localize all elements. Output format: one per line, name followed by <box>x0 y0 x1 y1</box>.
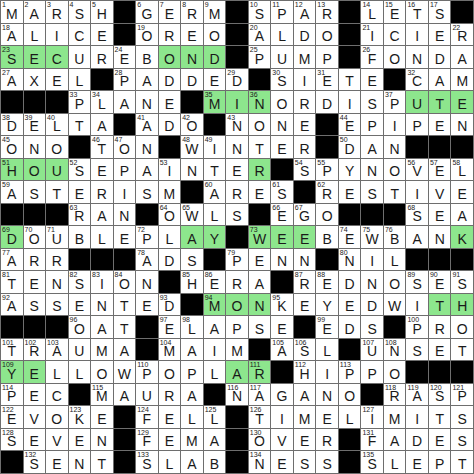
cell-r21c21: T <box>451 451 473 473</box>
block-cell-r15c1 <box>1 316 23 338</box>
block-cell-r7c15 <box>316 136 338 158</box>
cell-r1c19: 16T <box>406 1 428 23</box>
cell-r3c17: 26F <box>361 46 383 68</box>
cell-letter: E <box>458 187 467 201</box>
block-cell-r9c14 <box>294 181 316 203</box>
cell-r13c15: 88E <box>316 271 338 293</box>
cell-letter: P <box>367 367 376 381</box>
cell-r18c5: 115M <box>91 384 113 406</box>
cell-r14c6: T <box>114 294 136 316</box>
clue-number: 38 <box>2 114 10 122</box>
cell-r17c8: O <box>159 361 181 383</box>
cell-r14c5: N <box>91 294 113 316</box>
cell-letter: A <box>187 457 196 471</box>
clue-number: 12 <box>295 1 303 9</box>
cell-letter: S <box>142 187 151 201</box>
clue-number: 8 <box>182 1 186 9</box>
clue-number: 68 <box>407 204 415 212</box>
cell-r3c2: E <box>24 46 46 68</box>
cell-r12c3: R <box>46 249 68 271</box>
clue-number: 129 <box>137 429 149 437</box>
cell-r16c21: T <box>451 339 473 361</box>
cell-letter: E <box>30 52 39 66</box>
cell-letter: R <box>254 164 264 178</box>
cell-r4c13: 30S <box>271 69 293 91</box>
cell-r12c17: I <box>361 249 383 271</box>
cell-r2c1: 18A <box>1 24 23 46</box>
cell-letter: I <box>415 187 419 201</box>
clue-number: 19 <box>137 24 145 32</box>
clue-number: 46 <box>92 136 100 144</box>
cell-r14c1: 92A <box>1 294 23 316</box>
cell-letter: U <box>142 389 152 403</box>
cell-letter: C <box>52 52 62 66</box>
clue-number: 108 <box>385 339 397 347</box>
cell-letter: I <box>393 119 397 133</box>
cell-letter: N <box>300 254 310 268</box>
cell-r5c6: A <box>114 91 136 113</box>
cell-letter: O <box>164 52 175 66</box>
cell-r9c12: E <box>249 181 271 203</box>
cell-r19c13: I <box>271 406 293 428</box>
cell-letter: E <box>255 254 264 268</box>
cell-r17c2: E <box>24 361 46 383</box>
cell-r17c7: 110P <box>136 361 158 383</box>
cell-letter: E <box>300 232 309 246</box>
cell-letter: V <box>277 434 286 448</box>
cell-r10c5: A <box>91 204 113 226</box>
cell-letter: U <box>74 52 84 66</box>
cell-letter: H <box>457 299 467 313</box>
cell-r4c8: D <box>159 69 181 91</box>
cell-letter: I <box>280 412 284 426</box>
clue-number: 3 <box>47 1 51 9</box>
cell-letter: N <box>119 209 129 223</box>
cell-letter: E <box>255 187 264 201</box>
cell-letter: T <box>120 322 129 336</box>
clue-number: 92 <box>2 294 10 302</box>
cell-r13c5: 83I <box>91 271 113 293</box>
block-cell-r20c6 <box>114 429 136 451</box>
cell-letter: E <box>30 434 39 448</box>
clue-number: 28 <box>115 69 123 77</box>
cell-letter: R <box>52 254 62 268</box>
block-cell-r7c20 <box>429 136 451 158</box>
cell-letter: P <box>232 322 241 336</box>
clue-number: 120 <box>430 384 442 392</box>
cell-r21c2: 132S <box>24 451 46 473</box>
cell-r6c19: P <box>406 114 428 136</box>
cell-r14c19: I <box>406 294 428 316</box>
cell-letter: T <box>98 457 107 471</box>
cell-r11c6: E <box>114 226 136 248</box>
cell-r18c1: 114P <box>1 384 23 406</box>
cell-letter: S <box>30 187 39 201</box>
cell-letter: O <box>389 277 400 291</box>
cell-r8c15: 55P <box>316 159 338 181</box>
cell-r8c16: Y <box>339 159 361 181</box>
cell-letter: R <box>97 52 107 66</box>
cell-r6c12: O <box>249 114 271 136</box>
cell-letter: U <box>412 97 422 111</box>
cell-r8c20: 57E <box>429 159 451 181</box>
cell-letter: L <box>211 367 219 381</box>
cell-r4c2: X <box>24 69 46 91</box>
cell-r18c2: E <box>24 384 46 406</box>
cell-letter: O <box>254 119 265 133</box>
cell-letter: I <box>370 29 374 43</box>
clue-number: 34 <box>92 91 100 99</box>
cell-letter: E <box>75 299 84 313</box>
cell-r3c10: D <box>204 46 226 68</box>
cell-r12c11: 79P <box>226 249 248 271</box>
cell-r10c11: S <box>226 204 248 226</box>
block-cell-r17c20 <box>429 361 451 383</box>
cell-r9c7: S <box>136 181 158 203</box>
cell-letter: V <box>435 187 444 201</box>
cell-r13c20: 90E <box>429 271 451 293</box>
block-cell-r21c6 <box>114 451 136 473</box>
cell-r13c16: D <box>339 271 361 293</box>
cell-r6c4: T <box>69 114 91 136</box>
cell-letter: X <box>30 74 39 88</box>
block-cell-r5c3 <box>46 91 68 113</box>
cell-r10c15: O <box>316 204 338 226</box>
cell-r6c3: 40L <box>46 114 68 136</box>
clue-number: 37 <box>385 91 393 99</box>
clue-number: 107 <box>362 339 374 347</box>
clue-number: 81 <box>2 271 10 279</box>
cell-r11c9: A <box>181 226 203 248</box>
cell-letter: R <box>322 434 332 448</box>
cell-letter: L <box>391 457 399 471</box>
cell-r17c18: O <box>384 361 406 383</box>
cell-r5c10: 35M <box>204 91 226 113</box>
cell-r2c10: O <box>204 24 226 46</box>
cell-r18c8: R <box>159 384 181 406</box>
cell-r3c1: 23S <box>1 46 23 68</box>
block-cell-r18c17 <box>361 384 383 406</box>
cell-letter: L <box>346 412 354 426</box>
cell-letter: I <box>235 97 239 111</box>
cell-r18c12: 117A <box>249 384 271 406</box>
clue-number: 40 <box>47 114 55 122</box>
cell-r16c20: E <box>429 339 451 361</box>
cell-letter: D <box>187 74 197 88</box>
cell-letter: I <box>325 367 329 381</box>
cell-letter: Y <box>322 299 331 313</box>
cell-r17c5: O <box>91 361 113 383</box>
cell-letter: N <box>390 142 400 156</box>
cell-r8c5: E <box>91 159 113 181</box>
cell-r5c19: U <box>406 91 428 113</box>
block-cell-r6c10 <box>204 114 226 136</box>
cell-letter: N <box>52 277 62 291</box>
cell-r13c2: E <box>24 271 46 293</box>
block-cell-r15c18 <box>384 316 406 338</box>
cell-r8c7: A <box>136 159 158 181</box>
cell-r9c15: 62R <box>316 181 338 203</box>
cell-letter: E <box>435 344 444 358</box>
cell-r9c13: 61S <box>271 181 293 203</box>
cell-r11c17: 75W <box>361 226 383 248</box>
cell-letter: R <box>97 187 107 201</box>
cell-letter: R <box>187 7 197 21</box>
clue-number: 99 <box>317 316 325 324</box>
cell-letter: I <box>213 344 217 358</box>
clue-number: 77 <box>2 249 10 257</box>
cell-r4c4: L <box>69 69 91 91</box>
cell-r1c1: 1M <box>1 1 23 23</box>
cell-r9c19: I <box>406 181 428 203</box>
cell-r2c13: L <box>271 24 293 46</box>
clue-number: 13 <box>317 1 325 9</box>
cell-r17c15: I <box>316 361 338 383</box>
clue-number: 79 <box>227 249 235 257</box>
block-cell-r9c9 <box>181 181 203 203</box>
cell-r20c21: S <box>451 429 473 451</box>
cell-r7c6: 47O <box>114 136 136 158</box>
cell-letter: N <box>367 164 377 178</box>
cell-r2c7: 19O <box>136 24 158 46</box>
cell-letter: T <box>435 97 444 111</box>
clue-number: 57 <box>430 159 438 167</box>
block-cell-r4c12 <box>249 69 271 91</box>
cell-r9c4: E <box>69 181 91 203</box>
cell-letter: R <box>300 97 310 111</box>
clue-number: 102 <box>25 339 37 347</box>
cell-letter: A <box>97 209 106 223</box>
cell-letter: O <box>277 97 288 111</box>
cell-r4c15: 31E <box>316 69 338 91</box>
cell-letter: E <box>458 97 467 111</box>
block-cell-r10c7 <box>136 204 158 226</box>
cell-r21c18: L <box>384 451 406 473</box>
clue-number: 111 <box>250 361 261 369</box>
cell-r4c20: A <box>429 69 451 91</box>
cell-letter: N <box>142 142 152 156</box>
cell-r10c4: 63R <box>69 204 91 226</box>
cell-letter: I <box>303 74 307 88</box>
cell-letter: E <box>120 232 129 246</box>
cell-r8c18: O <box>384 159 406 181</box>
cell-letter: N <box>187 52 197 66</box>
block-cell-r21c16 <box>339 451 361 473</box>
cell-r16c17: 107U <box>361 339 383 361</box>
cell-r14c3: S <box>46 294 68 316</box>
cell-r3c12: 25P <box>249 46 271 68</box>
cell-r11c21: K <box>451 226 473 248</box>
cell-letter: V <box>52 434 61 448</box>
cell-letter: O <box>322 209 333 223</box>
cell-r10c9: 65W <box>181 204 203 226</box>
cell-r19c14: M <box>294 406 316 428</box>
clue-number: 80 <box>340 249 348 257</box>
cell-r21c15: S <box>316 451 338 473</box>
cell-r21c4: N <box>69 451 91 473</box>
cell-r1c14: 12A <box>294 1 316 23</box>
clue-number: 50 <box>340 136 348 144</box>
cell-letter: E <box>413 457 422 471</box>
clue-number: 29 <box>227 69 235 77</box>
cell-r17c4: L <box>69 361 91 383</box>
cell-r20c15: R <box>316 429 338 451</box>
cell-r1c3: 3R <box>46 1 68 23</box>
block-cell-r16c16 <box>339 339 361 361</box>
cell-letter: N <box>142 97 152 111</box>
cell-letter: S <box>232 209 241 223</box>
clue-number: 97 <box>160 316 168 324</box>
clue-number: 45 <box>2 136 10 144</box>
cell-letter: D <box>164 254 174 268</box>
clue-number: 17 <box>430 1 438 9</box>
cell-letter: R <box>435 322 445 336</box>
clue-number: 72 <box>137 226 145 234</box>
block-cell-r12c20 <box>429 249 451 271</box>
cell-r8c8: 53I <box>159 159 181 181</box>
cell-r11c18: 76B <box>384 226 406 248</box>
cell-r3c9: N <box>181 46 203 68</box>
cell-letter: B <box>142 52 151 66</box>
cell-r16c10: I <box>204 339 226 361</box>
cell-letter: N <box>412 52 422 66</box>
cell-r3c5: R <box>91 46 113 68</box>
cell-letter: A <box>210 322 219 336</box>
clue-number: 123 <box>70 406 82 414</box>
cell-r15c13: E <box>271 316 293 338</box>
cell-letter: T <box>75 119 84 133</box>
clue-number: 51 <box>2 159 10 167</box>
cell-letter: L <box>391 254 399 268</box>
cell-r19c7: 124F <box>136 406 158 428</box>
cell-r6c7: 41A <box>136 114 158 136</box>
clue-number: 10 <box>250 1 258 9</box>
cell-r8c4: 52S <box>69 159 91 181</box>
cell-letter: E <box>97 412 106 426</box>
cell-r8c19: 56V <box>406 159 428 181</box>
cell-letter: E <box>435 119 444 133</box>
cell-r3c20: D <box>429 46 451 68</box>
cell-r5c8: E <box>159 91 181 113</box>
cell-r10c8: 64O <box>159 204 181 226</box>
block-cell-r6c15 <box>316 114 338 136</box>
clue-number: 93 <box>160 294 168 302</box>
cell-letter: L <box>323 344 331 358</box>
cell-r16c1: 101T <box>1 339 23 361</box>
cell-r10c13: 66E <box>271 204 293 226</box>
cell-r17c1: 109Y <box>1 361 23 383</box>
cell-r13c19: 89S <box>406 271 428 293</box>
cell-r4c14: I <box>294 69 316 91</box>
block-cell-r3c11 <box>226 46 248 68</box>
cell-letter: A <box>300 389 309 403</box>
cell-r19c12: 126T <box>249 406 271 428</box>
cell-r12c9: S <box>181 249 203 271</box>
cell-r20c12: 130O <box>249 429 271 451</box>
cell-r8c3: U <box>46 159 68 181</box>
clue-number: 88 <box>317 271 325 279</box>
cell-r13c9: 85H <box>181 271 203 293</box>
cell-r2c17: 21I <box>361 24 383 46</box>
clue-number: 5 <box>92 1 96 9</box>
cell-r12c1: 77A <box>1 249 23 271</box>
cell-letter: O <box>51 412 62 426</box>
clue-number: 119 <box>407 384 418 392</box>
cell-r1c5: 5H <box>91 1 113 23</box>
clue-number: 15 <box>385 1 393 9</box>
cell-r11c2: 70O <box>24 226 46 248</box>
cell-r4c21: M <box>451 69 473 91</box>
clue-number: 128 <box>2 429 14 437</box>
clue-number: 95 <box>272 294 280 302</box>
cell-letter: E <box>97 164 106 178</box>
cell-letter: L <box>98 232 106 246</box>
cell-r14c12: N <box>249 294 271 316</box>
block-cell-r1c6 <box>114 1 136 23</box>
cell-r6c1: 38D <box>1 114 23 136</box>
cell-r11c3: 71U <box>46 226 68 248</box>
cell-r20c17: 131F <box>361 429 383 451</box>
clue-number: 104 <box>160 339 172 347</box>
cell-r12c8: D <box>159 249 181 271</box>
cell-letter: P <box>367 119 376 133</box>
cell-r8c21: 58L <box>451 159 473 181</box>
clue-number: 33 <box>70 91 78 99</box>
cell-r14c2: S <box>24 294 46 316</box>
clue-number: 116 <box>227 384 238 392</box>
cell-r4c17: E <box>361 69 383 91</box>
cell-r18c18: 118R <box>384 384 406 406</box>
cell-r10c20: E <box>429 204 451 226</box>
cell-r14c16: E <box>339 294 361 316</box>
cell-letter: O <box>389 52 400 66</box>
cell-r7c2: N <box>24 136 46 158</box>
cell-r5c5: 34L <box>91 91 113 113</box>
cell-letter: E <box>277 322 286 336</box>
block-cell-r10c16 <box>339 204 361 226</box>
cell-r4c6: 28P <box>114 69 136 91</box>
cell-letter: L <box>278 29 286 43</box>
cell-letter: E <box>277 232 286 246</box>
clue-number: 114 <box>2 384 13 392</box>
clue-number: 55 <box>317 159 325 167</box>
cell-r2c15: O <box>316 24 338 46</box>
block-cell-r20c16 <box>339 429 361 451</box>
cell-r8c10: T <box>204 159 226 181</box>
cell-r3c15: P <box>316 46 338 68</box>
cell-r4c3: E <box>46 69 68 91</box>
cell-r3c6: 24E <box>114 46 136 68</box>
cell-letter: I <box>213 142 217 156</box>
cell-r9c21: E <box>451 181 473 203</box>
clue-number: 61 <box>272 181 280 189</box>
clue-number: 70 <box>25 226 33 234</box>
block-cell-r17c13 <box>271 361 293 383</box>
cell-r5c21: E <box>451 91 473 113</box>
cell-r18c15: N <box>316 384 338 406</box>
cell-r7c13: E <box>271 136 293 158</box>
cell-r11c13: E <box>271 226 293 248</box>
cell-r14c17: D <box>361 294 383 316</box>
cell-r19c20: T <box>429 406 451 428</box>
cell-r18c16: O <box>339 384 361 406</box>
cell-r3c14: M <box>294 46 316 68</box>
cell-letter: M <box>209 7 221 21</box>
cell-letter: S <box>413 344 422 358</box>
cell-letter: E <box>300 299 309 313</box>
block-cell-r13c13 <box>271 271 293 293</box>
cell-r14c15: Y <box>316 294 338 316</box>
